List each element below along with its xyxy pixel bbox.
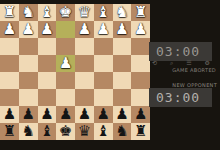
square-e6[interactable]: [56, 89, 75, 106]
square-g7[interactable]: ♟: [19, 106, 38, 123]
square-f4[interactable]: [38, 55, 57, 72]
settings-icon[interactable]: ⚙: [205, 60, 210, 66]
square-h4[interactable]: [0, 55, 19, 72]
square-f1[interactable]: ♝: [38, 4, 57, 21]
black-bishop[interactable]: ♝: [40, 123, 53, 140]
square-g2[interactable]: ♟: [19, 21, 38, 38]
white-rook[interactable]: ♜: [3, 4, 16, 21]
square-a2[interactable]: ♟: [131, 21, 150, 38]
square-h2[interactable]: ♟: [0, 21, 19, 38]
white-pawn[interactable]: ♟: [40, 21, 53, 38]
square-a6[interactable]: [131, 89, 150, 106]
square-b3[interactable]: [113, 38, 132, 55]
black-bishop[interactable]: ♝: [96, 123, 109, 140]
black-knight[interactable]: ♞: [21, 123, 34, 140]
square-d5[interactable]: [75, 72, 94, 89]
square-b1[interactable]: ♞: [113, 4, 132, 21]
white-pawn[interactable]: ♟: [21, 21, 34, 38]
square-c6[interactable]: [94, 89, 113, 106]
square-f3[interactable]: [38, 38, 57, 55]
clock-bottom-time: 03:00: [156, 90, 200, 105]
square-a5[interactable]: [131, 72, 150, 89]
square-d6[interactable]: [75, 89, 94, 106]
square-d3[interactable]: [75, 38, 94, 55]
square-d7[interactable]: ♟: [75, 106, 94, 123]
square-d4[interactable]: [75, 55, 94, 72]
white-pawn[interactable]: ♟: [96, 21, 109, 38]
square-e1[interactable]: ♚: [56, 4, 75, 21]
white-bishop[interactable]: ♝: [40, 4, 53, 21]
square-g8[interactable]: ♞: [19, 123, 38, 140]
black-pawn[interactable]: ♟: [21, 106, 34, 123]
black-pawn[interactable]: ♟: [78, 106, 91, 123]
white-bishop[interactable]: ♝: [96, 4, 109, 21]
menu-icon[interactable]: ☰: [186, 60, 191, 66]
white-pawn[interactable]: ♟: [3, 21, 16, 38]
white-queen[interactable]: ♛: [78, 4, 91, 21]
flip-board-icon[interactable]: ⟲: [152, 60, 157, 66]
square-c2[interactable]: ♟: [94, 21, 113, 38]
white-knight[interactable]: ♞: [21, 4, 34, 21]
square-f7[interactable]: ♟: [38, 106, 57, 123]
square-b6[interactable]: [113, 89, 132, 106]
square-g5[interactable]: [19, 72, 38, 89]
square-f6[interactable]: [38, 89, 57, 106]
black-pawn[interactable]: ♟: [59, 106, 72, 123]
square-h6[interactable]: [0, 89, 19, 106]
square-f2[interactable]: ♟: [38, 21, 57, 38]
square-c7[interactable]: ♟: [94, 106, 113, 123]
black-king[interactable]: ♚: [59, 123, 72, 140]
black-queen[interactable]: ♛: [78, 123, 91, 140]
square-g3[interactable]: [19, 38, 38, 55]
square-c1[interactable]: ♝: [94, 4, 113, 21]
square-h1[interactable]: ♜: [0, 4, 19, 21]
white-pawn[interactable]: ♟: [59, 55, 72, 72]
black-rook[interactable]: ♜: [134, 123, 147, 140]
clock-top-time: 03:00: [156, 44, 200, 59]
game-page: ♜♞♝♚♛♝♞♜♟♟♟♟♟♟♟♟♟♟♟♟♟♟♟♟♜♞♝♚♛♝♞♜ 03:00 ⟲…: [0, 0, 220, 150]
square-e8[interactable]: ♚: [56, 123, 75, 140]
square-a4[interactable]: [131, 55, 150, 72]
square-c5[interactable]: [94, 72, 113, 89]
square-b4[interactable]: [113, 55, 132, 72]
square-g6[interactable]: [19, 89, 38, 106]
square-d1[interactable]: ♛: [75, 4, 94, 21]
square-c3[interactable]: [94, 38, 113, 55]
square-g1[interactable]: ♞: [19, 4, 38, 21]
black-pawn[interactable]: ♟: [115, 106, 128, 123]
square-b7[interactable]: ♟: [113, 106, 132, 123]
square-f8[interactable]: ♝: [38, 123, 57, 140]
analysis-icon[interactable]: ⌕: [170, 60, 173, 66]
chess-board[interactable]: ♜♞♝♚♛♝♞♜♟♟♟♟♟♟♟♟♟♟♟♟♟♟♟♟♜♞♝♚♛♝♞♜: [0, 4, 150, 140]
square-g4[interactable]: [19, 55, 38, 72]
square-a8[interactable]: ♜: [131, 123, 150, 140]
square-a3[interactable]: [131, 38, 150, 55]
square-d8[interactable]: ♛: [75, 123, 94, 140]
square-e3[interactable]: [56, 38, 75, 55]
square-e4[interactable]: ♟: [56, 55, 75, 72]
square-f5[interactable]: [38, 72, 57, 89]
black-knight[interactable]: ♞: [115, 123, 128, 140]
square-d2[interactable]: ♟: [75, 21, 94, 38]
white-pawn[interactable]: ♟: [115, 21, 128, 38]
white-king[interactable]: ♚: [59, 4, 72, 21]
white-knight[interactable]: ♞: [115, 4, 128, 21]
game-status-text: GAME ABORTED: [172, 68, 216, 73]
square-e2[interactable]: [56, 21, 75, 38]
black-rook[interactable]: ♜: [3, 123, 16, 140]
white-rook[interactable]: ♜: [134, 4, 147, 21]
white-pawn[interactable]: ♟: [134, 21, 147, 38]
square-h5[interactable]: [0, 72, 19, 89]
square-a1[interactable]: ♜: [131, 4, 150, 21]
square-h7[interactable]: ♟: [0, 106, 19, 123]
clock-bottom: 03:00: [149, 88, 212, 107]
square-e7[interactable]: ♟: [56, 106, 75, 123]
square-h3[interactable]: [0, 38, 19, 55]
square-e5[interactable]: [56, 72, 75, 89]
square-b2[interactable]: ♟: [113, 21, 132, 38]
square-b5[interactable]: [113, 72, 132, 89]
square-b8[interactable]: ♞: [113, 123, 132, 140]
square-c4[interactable]: [94, 55, 113, 72]
black-pawn[interactable]: ♟: [96, 106, 109, 123]
square-c8[interactable]: ♝: [94, 123, 113, 140]
square-a7[interactable]: ♟: [131, 106, 150, 123]
black-pawn[interactable]: ♟: [40, 106, 53, 123]
black-pawn[interactable]: ♟: [134, 106, 147, 123]
clock-top: 03:00: [149, 42, 212, 61]
white-pawn[interactable]: ♟: [78, 21, 91, 38]
game-controls: ⟲⌕☰⚙: [152, 60, 210, 66]
square-h8[interactable]: ♜: [0, 123, 19, 140]
black-pawn[interactable]: ♟: [3, 106, 16, 123]
